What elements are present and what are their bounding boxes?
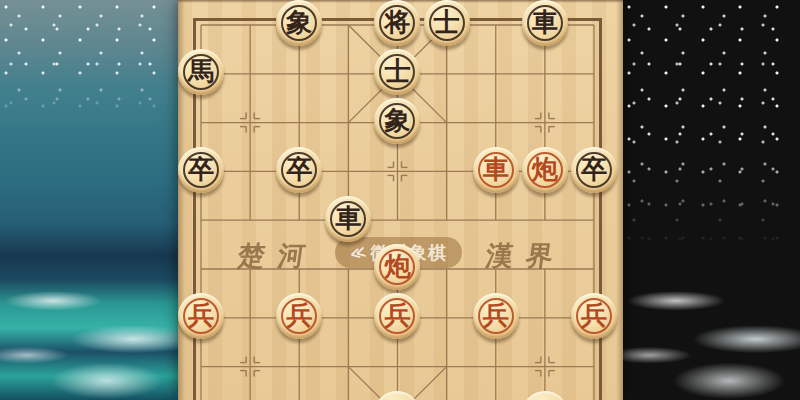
piece-red-兵-g6[interactable]: 兵 <box>473 293 519 339</box>
piece-black-象-c0[interactable]: 象 <box>276 0 322 46</box>
piece-black-馬-a1[interactable]: 馬 <box>178 49 224 95</box>
piece-red-兵-i6[interactable]: 兵 <box>571 293 617 339</box>
piece-black-車-h0[interactable]: 車 <box>522 0 568 46</box>
xiangqi-app-screenshot: 楚河 漢界 ≪ 微乐象棋 象将士車馬士象卒卒車炮卒車炮兵兵兵兵兵 <box>0 0 800 400</box>
piece-black-卒-i3[interactable]: 卒 <box>571 147 617 193</box>
xiangqi-board: 楚河 漢界 ≪ 微乐象棋 象将士車馬士象卒卒車炮卒車炮兵兵兵兵兵 <box>178 0 623 400</box>
ocean-background-right <box>623 0 800 400</box>
piece-black-象-e2[interactable]: 象 <box>374 98 420 144</box>
ocean-background-left <box>0 0 178 400</box>
piece-red-兵-c6[interactable]: 兵 <box>276 293 322 339</box>
piece-black-車-d4[interactable]: 車 <box>325 196 371 242</box>
piece-black-卒-a3[interactable]: 卒 <box>178 147 224 193</box>
piece-black-卒-c3[interactable]: 卒 <box>276 147 322 193</box>
piece-black-士-f0[interactable]: 士 <box>424 0 470 46</box>
piece-red-車-g3[interactable]: 車 <box>473 147 519 193</box>
piece-red-炮-h3[interactable]: 炮 <box>522 147 568 193</box>
piece-layer: 象将士車馬士象卒卒車炮卒車炮兵兵兵兵兵 <box>176 1 618 400</box>
piece-red-炮-e5[interactable]: 炮 <box>374 244 420 290</box>
piece-red-partial-h8[interactable] <box>522 391 568 400</box>
piece-red-兵-a6[interactable]: 兵 <box>178 293 224 339</box>
piece-black-将-e0[interactable]: 将 <box>374 0 420 46</box>
piece-red-partial-e8[interactable] <box>374 391 420 400</box>
piece-red-兵-e6[interactable]: 兵 <box>374 293 420 339</box>
piece-black-士-e1[interactable]: 士 <box>374 49 420 95</box>
